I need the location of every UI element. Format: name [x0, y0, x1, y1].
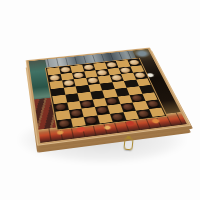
product-photo-background — [0, 0, 200, 200]
checker-dark[interactable] — [85, 116, 98, 124]
clasp-latch — [123, 138, 133, 151]
checker-dark[interactable] — [111, 113, 124, 121]
checker-dark[interactable] — [58, 119, 70, 127]
square-h1[interactable] — [148, 107, 164, 117]
